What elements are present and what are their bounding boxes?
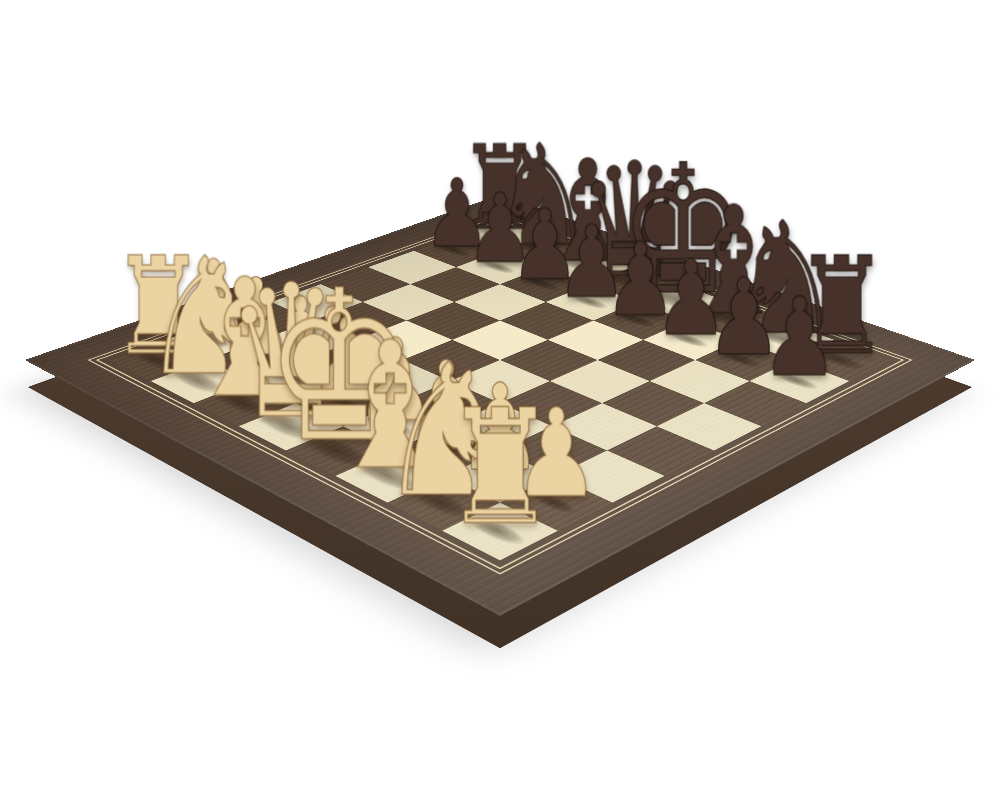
white-rook-glyph: ♜ bbox=[396, 388, 604, 547]
pieces-layer: ♜♞♝♛♚♝♞♜♟♟♟♟♟♟♟♟♟♟♟♟♟♟♟♟♜♞♝♛♚♝♞♜ bbox=[110, 220, 891, 561]
chess-board: ♜♞♝♛♚♝♞♜♟♟♟♟♟♟♟♟♟♟♟♟♟♟♟♟♜♞♝♛♚♝♞♜ bbox=[25, 195, 975, 616]
board-scene: ♜♞♝♛♚♝♞♜♟♟♟♟♟♟♟♟♟♟♟♟♟♟♟♟♜♞♝♛♚♝♞♜ bbox=[0, 0, 1000, 800]
white-rook-h1[interactable]: ♜ bbox=[442, 503, 557, 561]
black-pawn-glyph: ♟ bbox=[709, 284, 889, 392]
product-photo-stage: ♜♞♝♛♚♝♞♜♟♟♟♟♟♟♟♟♟♟♟♟♟♟♟♟♜♞♝♛♚♝♞♜ bbox=[0, 0, 1000, 800]
black-pawn-h7[interactable]: ♟ bbox=[749, 360, 849, 403]
